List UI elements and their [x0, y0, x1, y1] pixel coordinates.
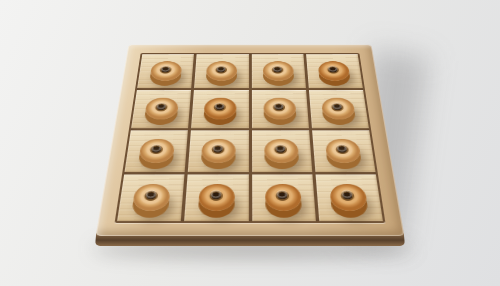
board-cell-r1c1[interactable]	[137, 54, 194, 88]
board-perspective-wrapper	[114, 9, 386, 248]
ring-piece-r3c2[interactable]	[201, 139, 236, 163]
game-board	[96, 45, 405, 236]
board-cell-r2c4[interactable]	[309, 90, 369, 128]
board-cell-r3c1[interactable]	[125, 130, 189, 172]
ring-piece-r4c1[interactable]	[132, 184, 171, 211]
ring-piece-r2c4[interactable]	[321, 98, 356, 120]
ring-piece-r3c4[interactable]	[325, 139, 362, 163]
board-cell-r2c2[interactable]	[191, 90, 248, 128]
ring-piece-r2c2[interactable]	[204, 98, 237, 120]
board-cell-r4c4[interactable]	[315, 174, 383, 221]
scene	[0, 0, 500, 286]
ring-piece-r1c2[interactable]	[206, 61, 237, 81]
board-cell-r4c2[interactable]	[184, 174, 248, 221]
ring-piece-r1c4[interactable]	[318, 61, 351, 81]
ring-piece-r4c4[interactable]	[329, 184, 368, 211]
ring-piece-r4c2[interactable]	[199, 184, 236, 211]
board-cell-r1c2[interactable]	[194, 54, 248, 88]
board-cell-r2c3[interactable]	[251, 90, 308, 128]
ring-piece-r2c1[interactable]	[144, 98, 179, 120]
board-cell-r3c2[interactable]	[188, 130, 248, 172]
ring-piece-r3c1[interactable]	[139, 139, 176, 163]
board-cell-r4c3[interactable]	[252, 174, 316, 221]
board-cell-r4c1[interactable]	[117, 174, 185, 221]
ring-piece-r1c3[interactable]	[262, 61, 293, 81]
board-cell-r1c3[interactable]	[251, 54, 305, 88]
board-cell-r2c1[interactable]	[131, 90, 191, 128]
board-cell-r3c3[interactable]	[252, 130, 312, 172]
board-grid	[115, 53, 386, 223]
board-cell-r3c4[interactable]	[312, 130, 376, 172]
board-cell-r1c4[interactable]	[306, 54, 363, 88]
ring-piece-r3c3[interactable]	[264, 139, 299, 163]
ring-piece-r2c3[interactable]	[263, 98, 296, 120]
ring-piece-r4c3[interactable]	[265, 184, 302, 211]
ring-piece-r1c1[interactable]	[150, 61, 183, 81]
